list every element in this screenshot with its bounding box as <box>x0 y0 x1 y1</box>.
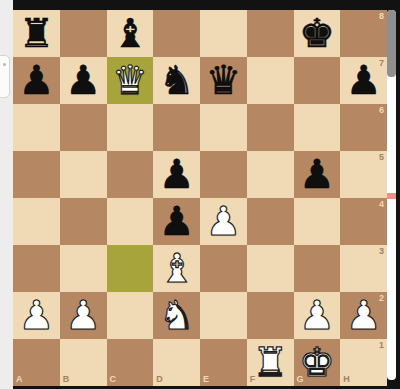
file-label-c: C <box>110 375 117 384</box>
square-e4[interactable]: ♟ <box>200 198 247 245</box>
square-c7[interactable]: ♛ <box>107 57 154 104</box>
rank-label-2: 2 <box>379 294 384 303</box>
square-f6[interactable] <box>247 104 294 151</box>
square-e1[interactable]: E <box>200 339 247 386</box>
chess-board: ♜♝♚8♟♟♛♞♛♟76♟♟5♟♟4♝3♟♟♞♟♟2ABCDE♜F♚G1H <box>13 10 387 386</box>
file-label-h: H <box>343 375 350 384</box>
square-b4[interactable] <box>60 198 107 245</box>
white-pawn[interactable]: ♟ <box>13 292 60 339</box>
file-label-d: D <box>156 375 163 384</box>
square-e8[interactable] <box>200 10 247 57</box>
square-h4[interactable]: 4 <box>340 198 387 245</box>
square-g8[interactable]: ♚ <box>294 10 341 57</box>
square-d4[interactable]: ♟ <box>153 198 200 245</box>
file-label-b: B <box>63 375 70 384</box>
square-e5[interactable] <box>200 151 247 198</box>
black-pawn[interactable]: ♟ <box>153 198 200 245</box>
square-b6[interactable] <box>60 104 107 151</box>
white-pawn[interactable]: ♟ <box>60 292 107 339</box>
square-c3[interactable] <box>107 245 154 292</box>
black-king[interactable]: ♚ <box>294 10 341 57</box>
rank-label-3: 3 <box>379 247 384 256</box>
black-pawn[interactable]: ♟ <box>60 57 107 104</box>
square-c8[interactable]: ♝ <box>107 10 154 57</box>
white-knight[interactable]: ♞ <box>153 292 200 339</box>
square-g4[interactable] <box>294 198 341 245</box>
black-knight[interactable]: ♞ <box>153 57 200 104</box>
white-queen[interactable]: ♛ <box>107 57 154 104</box>
scrollbar-marker <box>387 193 396 199</box>
white-pawn[interactable]: ♟ <box>200 198 247 245</box>
panel-handle-dot <box>3 63 6 66</box>
rank-label-6: 6 <box>379 106 384 115</box>
square-d8[interactable] <box>153 10 200 57</box>
scrollbar-track[interactable] <box>387 10 396 380</box>
square-e2[interactable] <box>200 292 247 339</box>
square-d7[interactable]: ♞ <box>153 57 200 104</box>
file-label-e: E <box>203 375 209 384</box>
square-d3[interactable]: ♝ <box>153 245 200 292</box>
square-d5[interactable]: ♟ <box>153 151 200 198</box>
square-c4[interactable] <box>107 198 154 245</box>
square-a7[interactable]: ♟ <box>13 57 60 104</box>
rank-label-8: 8 <box>379 12 384 21</box>
square-g5[interactable]: ♟ <box>294 151 341 198</box>
file-label-f: F <box>250 375 256 384</box>
white-bishop[interactable]: ♝ <box>153 245 200 292</box>
black-bishop[interactable]: ♝ <box>107 10 154 57</box>
square-a3[interactable] <box>13 245 60 292</box>
black-pawn[interactable]: ♟ <box>294 151 341 198</box>
square-e7[interactable]: ♛ <box>200 57 247 104</box>
square-c1[interactable]: C <box>107 339 154 386</box>
square-h6[interactable]: 6 <box>340 104 387 151</box>
square-e6[interactable] <box>200 104 247 151</box>
square-a2[interactable]: ♟ <box>13 292 60 339</box>
square-a5[interactable] <box>13 151 60 198</box>
scrollbar-thumb[interactable] <box>387 10 396 77</box>
square-b2[interactable]: ♟ <box>60 292 107 339</box>
square-g7[interactable] <box>294 57 341 104</box>
square-b8[interactable] <box>60 10 107 57</box>
file-label-a: A <box>16 375 23 384</box>
rank-label-1: 1 <box>379 341 384 350</box>
square-g2[interactable]: ♟ <box>294 292 341 339</box>
square-g6[interactable] <box>294 104 341 151</box>
square-h3[interactable]: 3 <box>340 245 387 292</box>
square-h7[interactable]: ♟7 <box>340 57 387 104</box>
file-label-g: G <box>297 375 304 384</box>
square-a1[interactable]: A <box>13 339 60 386</box>
square-h5[interactable]: 5 <box>340 151 387 198</box>
square-a8[interactable]: ♜ <box>13 10 60 57</box>
rank-label-7: 7 <box>379 59 384 68</box>
square-g3[interactable] <box>294 245 341 292</box>
square-h8[interactable]: 8 <box>340 10 387 57</box>
square-f7[interactable] <box>247 57 294 104</box>
square-b5[interactable] <box>60 151 107 198</box>
square-d1[interactable]: D <box>153 339 200 386</box>
square-b1[interactable]: B <box>60 339 107 386</box>
white-pawn[interactable]: ♟ <box>294 292 341 339</box>
square-f5[interactable] <box>247 151 294 198</box>
black-queen[interactable]: ♛ <box>200 57 247 104</box>
square-c5[interactable] <box>107 151 154 198</box>
square-b7[interactable]: ♟ <box>60 57 107 104</box>
square-c2[interactable] <box>107 292 154 339</box>
square-e3[interactable] <box>200 245 247 292</box>
black-rook[interactable]: ♜ <box>13 10 60 57</box>
square-d6[interactable] <box>153 104 200 151</box>
square-f8[interactable] <box>247 10 294 57</box>
square-f1[interactable]: ♜F <box>247 339 294 386</box>
square-d2[interactable]: ♞ <box>153 292 200 339</box>
black-pawn[interactable]: ♟ <box>153 151 200 198</box>
square-f2[interactable] <box>247 292 294 339</box>
square-g1[interactable]: ♚G <box>294 339 341 386</box>
rank-label-4: 4 <box>379 200 384 209</box>
square-c6[interactable] <box>107 104 154 151</box>
side-panel-handle[interactable] <box>0 55 10 98</box>
square-f3[interactable] <box>247 245 294 292</box>
square-h2[interactable]: ♟2 <box>340 292 387 339</box>
rank-label-5: 5 <box>379 153 384 162</box>
square-a6[interactable] <box>13 104 60 151</box>
square-h1[interactable]: 1H <box>340 339 387 386</box>
square-a4[interactable] <box>13 198 60 245</box>
black-pawn[interactable]: ♟ <box>13 57 60 104</box>
square-f4[interactable] <box>247 198 294 245</box>
square-b3[interactable] <box>60 245 107 292</box>
